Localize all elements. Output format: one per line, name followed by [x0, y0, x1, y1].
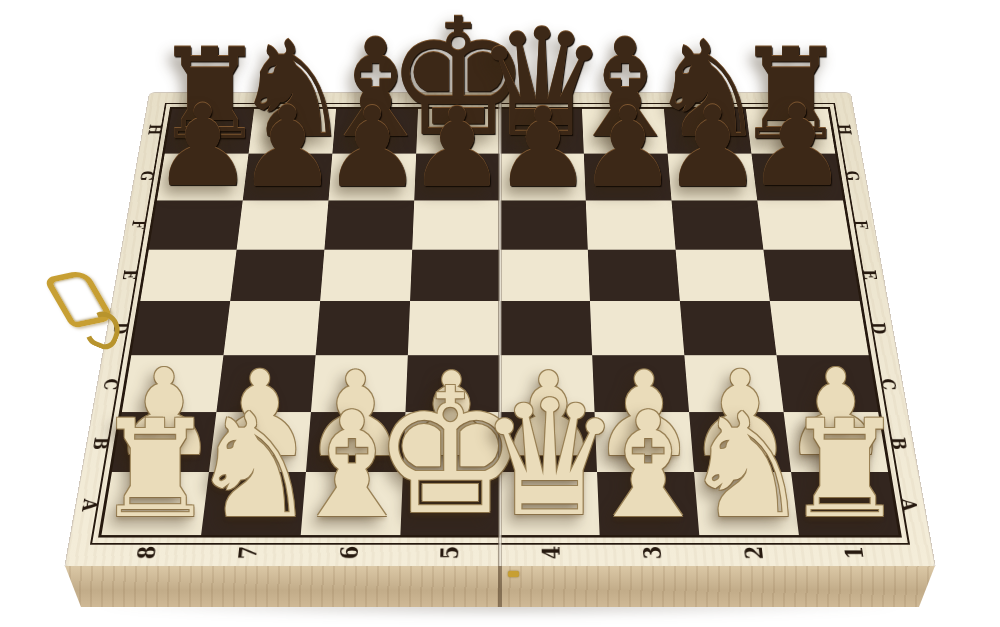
side-fold-seam [498, 566, 502, 607]
square-c2 [684, 355, 783, 412]
rank-label-left-g: G [111, 168, 183, 183]
rank-label-right-e: E [832, 266, 908, 283]
square-f7 [237, 200, 329, 249]
square-e2 [676, 250, 770, 302]
square-f4 [500, 200, 588, 249]
square-g6 [328, 154, 416, 201]
square-c4 [500, 355, 595, 412]
square-d2 [680, 301, 777, 355]
square-e5 [410, 250, 500, 302]
square-h2 [664, 109, 752, 154]
square-e3 [588, 250, 680, 302]
square-d4 [500, 301, 592, 355]
rank-label-right-a: A [868, 495, 952, 516]
square-f6 [324, 200, 414, 249]
square-d6 [316, 301, 410, 355]
square-c3 [592, 355, 689, 412]
rank-label-right-c: C [849, 375, 929, 394]
rank-label-left-c: C [71, 375, 151, 394]
square-h7 [249, 109, 337, 154]
square-b6 [306, 412, 406, 472]
square-c5 [405, 355, 500, 412]
fold-seam [498, 93, 502, 568]
square-d3 [590, 301, 684, 355]
square-e6 [320, 250, 412, 302]
rank-label-right-g: G [817, 168, 889, 183]
rank-label-right-f: F [824, 216, 898, 232]
square-b4 [500, 412, 597, 472]
square-d7 [223, 301, 320, 355]
square-g2 [668, 154, 758, 201]
square-g5 [414, 154, 500, 201]
square-b3 [595, 412, 695, 472]
square-g3 [584, 154, 672, 201]
square-f5 [412, 200, 500, 249]
rank-label-left-f: F [102, 216, 176, 232]
brass-clasp-icon [50, 264, 124, 352]
rank-label-right-h: H [810, 122, 880, 137]
rank-label-right-d: D [840, 319, 918, 337]
square-g4 [500, 154, 586, 201]
board-side-edge [58, 566, 942, 607]
square-f2 [672, 200, 764, 249]
square-e7 [230, 250, 324, 302]
square-g7 [243, 154, 333, 201]
photo-scene: HGFEDCBA HGFEDCBA 87654321 ♜♞♝♚♛♝♞♜♟♟♟♟♟… [0, 0, 1000, 627]
square-b7 [209, 412, 311, 472]
square-b2 [689, 412, 791, 472]
rank-label-left-a: A [48, 495, 132, 516]
square-c7 [216, 355, 315, 412]
brass-hinge-icon [508, 571, 519, 577]
square-f3 [586, 200, 676, 249]
rank-label-right-b: B [858, 433, 940, 453]
chess-board: HGFEDCBA HGFEDCBA 87654321 [65, 93, 935, 568]
square-b5 [403, 412, 500, 472]
square-h6 [332, 109, 418, 154]
square-e4 [500, 250, 590, 302]
square-h3 [582, 109, 668, 154]
square-d5 [408, 301, 500, 355]
rank-label-left-b: B [60, 433, 142, 453]
square-h5 [416, 109, 500, 154]
square-h4 [500, 109, 584, 154]
square-c6 [311, 355, 408, 412]
rank-label-left-h: H [120, 122, 190, 137]
